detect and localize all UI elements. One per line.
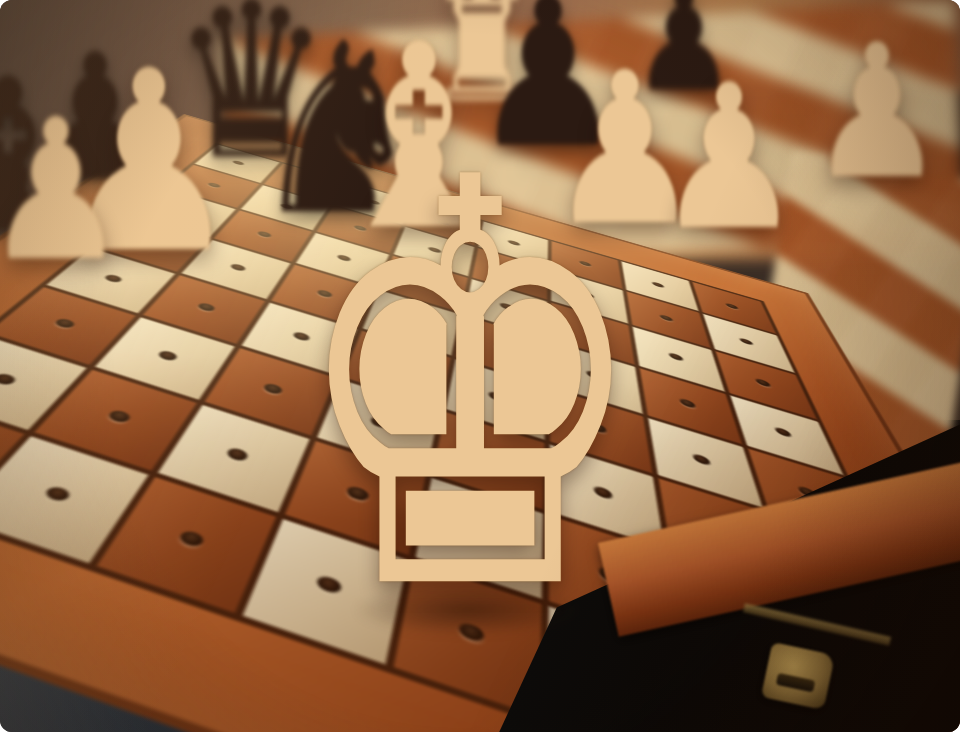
piece-white-pawn-g6[interactable]: ♟ (655, 58, 802, 258)
chess-photo-scene: ♚♜♝♟♟♟♟♟♛♝♞♟♟♟ (0, 0, 960, 732)
piece-white-pawn-a5[interactable]: ♟ (0, 93, 128, 288)
piece-white-pawn-h6[interactable]: ♟ (809, 20, 945, 205)
piece-white-king-e1[interactable]: ♚ (289, 107, 650, 667)
pieces-layer: ♚♜♝♟♟♟♟♟♛♝♞♟♟♟ (0, 0, 960, 732)
